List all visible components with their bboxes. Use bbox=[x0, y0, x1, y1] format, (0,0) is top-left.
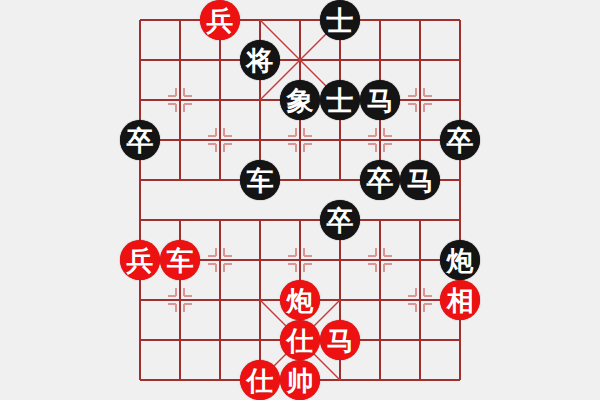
piece-black-horse-f7r3[interactable]: 马 bbox=[360, 80, 400, 120]
piece-black-elephant-f5r3[interactable]: 象 bbox=[280, 80, 320, 120]
piece-black-soldier-f1r4[interactable]: 卒 bbox=[120, 120, 160, 160]
piece-red-soldier-f1r7[interactable]: 兵 bbox=[120, 240, 160, 280]
piece-black-advisor-f6r1[interactable]: 士 bbox=[320, 0, 360, 40]
piece-red-soldier-f3r1[interactable]: 兵 bbox=[200, 0, 240, 40]
piece-black-general-f4r2[interactable]: 将 bbox=[240, 40, 280, 80]
piece-red-horse-f6r9[interactable]: 马 bbox=[320, 320, 360, 360]
piece-red-cannon-f5r8[interactable]: 炮 bbox=[280, 280, 320, 320]
piece-black-horse-f8r5[interactable]: 马 bbox=[400, 160, 440, 200]
piece-black-chariot-f4r5[interactable]: 车 bbox=[240, 160, 280, 200]
piece-red-advisor-f4r10[interactable]: 仕 bbox=[240, 360, 280, 400]
piece-black-advisor-f6r3[interactable]: 士 bbox=[320, 80, 360, 120]
piece-red-advisor-f5r9[interactable]: 仕 bbox=[280, 320, 320, 360]
piece-red-general-f5r10[interactable]: 帅 bbox=[280, 360, 320, 400]
piece-black-soldier-f6r6[interactable]: 卒 bbox=[320, 200, 360, 240]
piece-black-soldier-f9r4[interactable]: 卒 bbox=[440, 120, 480, 160]
piece-red-elephant-f9r8[interactable]: 相 bbox=[440, 280, 480, 320]
piece-red-chariot-f2r7[interactable]: 车 bbox=[160, 240, 200, 280]
piece-black-cannon-f9r7[interactable]: 炮 bbox=[440, 240, 480, 280]
piece-black-soldier-f7r5[interactable]: 卒 bbox=[360, 160, 400, 200]
xiangqi-board[interactable]: 兵兵车炮相仕马仕帅士将象士马卒卒车卒马卒炮 bbox=[0, 0, 600, 400]
